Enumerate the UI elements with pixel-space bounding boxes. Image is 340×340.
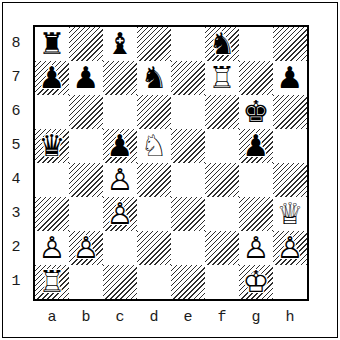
- black-queen-a5: ♛: [35, 129, 69, 163]
- square-e4[interactable]: [171, 163, 205, 197]
- white-queen-h3: ♕: [273, 197, 307, 231]
- square-d8[interactable]: [137, 27, 171, 61]
- rank-label-2: 2: [2, 231, 30, 265]
- white-pawn-fill: ♟: [103, 197, 137, 231]
- square-f2[interactable]: [205, 231, 239, 265]
- square-h2[interactable]: ♟♙: [273, 231, 307, 265]
- square-g4[interactable]: [239, 163, 273, 197]
- black-bishop-c8: ♝: [103, 27, 137, 61]
- white-queen-fill: ♛: [273, 197, 307, 231]
- square-b3[interactable]: [69, 197, 103, 231]
- square-h1[interactable]: [273, 265, 307, 299]
- white-pawn-a2: ♙: [35, 231, 69, 265]
- square-e5[interactable]: [171, 129, 205, 163]
- square-c2[interactable]: [103, 231, 137, 265]
- square-c1[interactable]: [103, 265, 137, 299]
- square-g7[interactable]: [239, 61, 273, 95]
- square-e1[interactable]: [171, 265, 205, 299]
- file-label-h: h: [273, 305, 307, 331]
- square-e8[interactable]: [171, 27, 205, 61]
- square-a3[interactable]: [35, 197, 69, 231]
- square-g3[interactable]: [239, 197, 273, 231]
- square-d5[interactable]: ♞♘: [137, 129, 171, 163]
- file-label-g: g: [239, 305, 273, 331]
- square-f7[interactable]: ♜♖: [205, 61, 239, 95]
- square-g6[interactable]: ♚: [239, 95, 273, 129]
- white-pawn-h2: ♙: [273, 231, 307, 265]
- rank-label-1: 1: [2, 265, 30, 299]
- white-pawn-fill: ♟: [35, 231, 69, 265]
- square-b6[interactable]: [69, 95, 103, 129]
- square-d7[interactable]: ♞: [137, 61, 171, 95]
- square-a7[interactable]: ♟: [35, 61, 69, 95]
- square-c3[interactable]: ♟♙: [103, 197, 137, 231]
- file-label-b: b: [69, 305, 103, 331]
- square-a2[interactable]: ♟♙: [35, 231, 69, 265]
- file-label-e: e: [171, 305, 205, 331]
- square-b5[interactable]: [69, 129, 103, 163]
- square-a4[interactable]: [35, 163, 69, 197]
- black-pawn-h7: ♟: [273, 61, 307, 95]
- black-pawn-g5: ♟: [239, 129, 273, 163]
- square-c4[interactable]: ♟♙: [103, 163, 137, 197]
- black-king-g6: ♚: [239, 95, 273, 129]
- square-d6[interactable]: [137, 95, 171, 129]
- square-g8[interactable]: [239, 27, 273, 61]
- white-pawn-fill: ♟: [239, 231, 273, 265]
- rank-label-3: 3: [2, 197, 30, 231]
- square-h4[interactable]: [273, 163, 307, 197]
- square-c6[interactable]: [103, 95, 137, 129]
- square-a5[interactable]: ♛: [35, 129, 69, 163]
- white-pawn-b2: ♙: [69, 231, 103, 265]
- rank-label-4: 4: [2, 163, 30, 197]
- rank-label-5: 5: [2, 129, 30, 163]
- square-d1[interactable]: [137, 265, 171, 299]
- square-b8[interactable]: [69, 27, 103, 61]
- file-label-c: c: [103, 305, 137, 331]
- square-f4[interactable]: [205, 163, 239, 197]
- rank-label-8: 8: [2, 27, 30, 61]
- white-rook-f7: ♖: [205, 61, 239, 95]
- square-d2[interactable]: [137, 231, 171, 265]
- square-f8[interactable]: ♞: [205, 27, 239, 61]
- square-h5[interactable]: [273, 129, 307, 163]
- square-f3[interactable]: [205, 197, 239, 231]
- square-g2[interactable]: ♟♙: [239, 231, 273, 265]
- file-label-a: a: [35, 305, 69, 331]
- square-e6[interactable]: [171, 95, 205, 129]
- black-rook-a8: ♜: [35, 27, 69, 61]
- white-knight-fill: ♞: [137, 129, 171, 163]
- white-rook-fill: ♜: [205, 61, 239, 95]
- square-f5[interactable]: [205, 129, 239, 163]
- chess-diagram: ♜♝♞♟♟♞♜♖♟♚♛♟♞♘♟♟♙♟♙♛♕♟♙♟♙♟♙♟♙♜♖♚♔ 876543…: [0, 0, 340, 340]
- square-f1[interactable]: [205, 265, 239, 299]
- white-knight-d5: ♘: [137, 129, 171, 163]
- white-pawn-c4: ♙: [103, 163, 137, 197]
- square-d4[interactable]: [137, 163, 171, 197]
- square-f6[interactable]: [205, 95, 239, 129]
- square-g5[interactable]: ♟: [239, 129, 273, 163]
- black-pawn-c5: ♟: [103, 129, 137, 163]
- white-pawn-fill: ♟: [273, 231, 307, 265]
- square-b4[interactable]: [69, 163, 103, 197]
- file-label-f: f: [205, 305, 239, 331]
- square-e3[interactable]: [171, 197, 205, 231]
- white-pawn-g2: ♙: [239, 231, 273, 265]
- white-rook-a1: ♖: [35, 265, 69, 299]
- white-pawn-fill: ♟: [69, 231, 103, 265]
- square-b7[interactable]: ♟: [69, 61, 103, 95]
- square-d3[interactable]: [137, 197, 171, 231]
- square-c7[interactable]: [103, 61, 137, 95]
- square-b2[interactable]: ♟♙: [69, 231, 103, 265]
- square-c8[interactable]: ♝: [103, 27, 137, 61]
- square-g1[interactable]: ♚♔: [239, 265, 273, 299]
- square-a8[interactable]: ♜: [35, 27, 69, 61]
- white-pawn-c3: ♙: [103, 197, 137, 231]
- square-b1[interactable]: [69, 265, 103, 299]
- white-king-fill: ♚: [239, 265, 273, 299]
- square-h6[interactable]: [273, 95, 307, 129]
- square-c5[interactable]: ♟: [103, 129, 137, 163]
- file-label-d: d: [137, 305, 171, 331]
- square-h8[interactable]: [273, 27, 307, 61]
- black-pawn-a7: ♟: [35, 61, 69, 95]
- square-e2[interactable]: [171, 231, 205, 265]
- square-a1[interactable]: ♜♖: [35, 265, 69, 299]
- white-king-g1: ♔: [239, 265, 273, 299]
- square-h7[interactable]: ♟: [273, 61, 307, 95]
- white-pawn-fill: ♟: [103, 163, 137, 197]
- square-a6[interactable]: [35, 95, 69, 129]
- rank-label-7: 7: [2, 61, 30, 95]
- black-knight-d7: ♞: [137, 61, 171, 95]
- black-pawn-b7: ♟: [69, 61, 103, 95]
- square-e7[interactable]: [171, 61, 205, 95]
- white-rook-fill: ♜: [35, 265, 69, 299]
- chess-board: ♜♝♞♟♟♞♜♖♟♚♛♟♞♘♟♟♙♟♙♛♕♟♙♟♙♟♙♟♙♜♖♚♔: [33, 25, 309, 301]
- black-knight-f8: ♞: [205, 27, 239, 61]
- rank-label-6: 6: [2, 95, 30, 129]
- square-h3[interactable]: ♛♕: [273, 197, 307, 231]
